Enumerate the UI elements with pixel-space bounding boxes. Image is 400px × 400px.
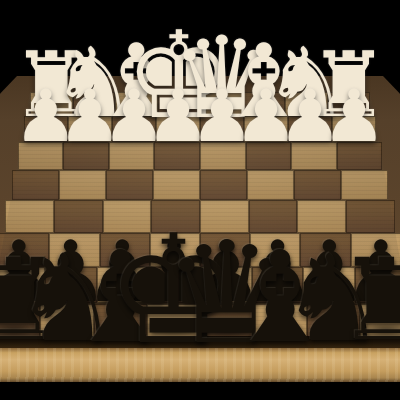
square-g4[interactable] xyxy=(59,170,106,200)
square-b4[interactable] xyxy=(294,170,341,200)
rank-row-4 xyxy=(12,170,389,200)
square-f4[interactable] xyxy=(106,170,153,200)
chessboard-photo: ♜♞♝♚♛♝♞♜♟♟♟♟♟♟♟♟♟♟♟♟♟♟♟♟♜♞♝♚♛♝♞♜ xyxy=(0,0,400,400)
piece-white-pawn-a2[interactable]: ♟ xyxy=(322,80,387,152)
square-d4[interactable] xyxy=(200,170,247,200)
square-h4[interactable] xyxy=(12,170,59,200)
square-c4[interactable] xyxy=(247,170,294,200)
piece-black-rook-a8[interactable]: ♜ xyxy=(336,245,400,358)
square-a4[interactable] xyxy=(341,170,388,200)
square-e4[interactable] xyxy=(153,170,200,200)
